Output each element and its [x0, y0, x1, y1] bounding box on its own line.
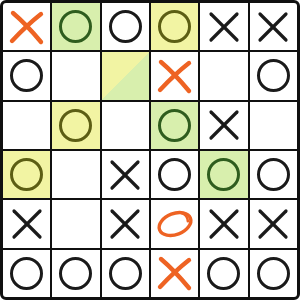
- o-mark: [207, 158, 240, 191]
- x-mark-handdrawn: [154, 252, 196, 294]
- o-mark: [10, 59, 43, 92]
- cell-r4c3[interactable]: [151, 200, 198, 247]
- o-mark: [59, 257, 92, 290]
- cell-r3c5[interactable]: [250, 151, 297, 198]
- o-mark: [207, 257, 240, 290]
- o-mark: [257, 59, 290, 92]
- cell-r0c5[interactable]: [250, 3, 297, 50]
- x-mark-handdrawn: [154, 55, 196, 97]
- x-mark: [104, 203, 146, 245]
- cell-r1c1[interactable]: [52, 52, 99, 99]
- cell-r2c1[interactable]: [52, 102, 99, 149]
- cell-r5c0[interactable]: [3, 250, 50, 297]
- cell-r3c1[interactable]: [52, 151, 99, 198]
- cell-r0c4[interactable]: [200, 3, 247, 50]
- x-mark: [104, 154, 146, 196]
- cell-r2c5[interactable]: [250, 102, 297, 149]
- o-mark: [109, 257, 142, 290]
- o-mark: [257, 257, 290, 290]
- o-mark: [158, 10, 191, 43]
- cell-r4c5[interactable]: [250, 200, 297, 247]
- o-mark: [59, 10, 92, 43]
- cell-r3c3[interactable]: [151, 151, 198, 198]
- cell-r4c2[interactable]: [102, 200, 149, 247]
- o-mark: [10, 257, 43, 290]
- cell-r2c0[interactable]: [3, 102, 50, 149]
- cell-r2c2[interactable]: [102, 102, 149, 149]
- cell-r5c1[interactable]: [52, 250, 99, 297]
- x-mark-handdrawn: [6, 6, 48, 48]
- x-mark: [252, 6, 294, 48]
- puzzle-board: [0, 0, 300, 300]
- cell-r3c0[interactable]: [3, 151, 50, 198]
- cell-r2c3[interactable]: [151, 102, 198, 149]
- x-mark: [252, 203, 294, 245]
- cell-r4c4[interactable]: [200, 200, 247, 247]
- cell-r1c0[interactable]: [3, 52, 50, 99]
- cell-r3c2[interactable]: [102, 151, 149, 198]
- cell-r0c3[interactable]: [151, 3, 198, 50]
- x-mark: [203, 203, 245, 245]
- cell-r0c1[interactable]: [52, 3, 99, 50]
- cell-r3c4[interactable]: [200, 151, 247, 198]
- o-mark: [10, 158, 43, 191]
- cell-r5c2[interactable]: [102, 250, 149, 297]
- cell-r5c3[interactable]: [151, 250, 198, 297]
- o-mark: [158, 109, 191, 142]
- cell-r1c3[interactable]: [151, 52, 198, 99]
- cell-r0c0[interactable]: [3, 3, 50, 50]
- x-mark: [6, 203, 48, 245]
- o-mark-handdrawn: [154, 203, 196, 245]
- cell-r4c1[interactable]: [52, 200, 99, 247]
- cell-r1c2[interactable]: [102, 52, 149, 99]
- cell-r5c4[interactable]: [200, 250, 247, 297]
- cell-r1c5[interactable]: [250, 52, 297, 99]
- o-mark: [109, 10, 142, 43]
- cell-r0c2[interactable]: [102, 3, 149, 50]
- cell-r1c4[interactable]: [200, 52, 247, 99]
- o-mark: [257, 158, 290, 191]
- x-mark: [203, 6, 245, 48]
- puzzle-stage: [0, 0, 300, 300]
- x-mark: [203, 104, 245, 146]
- cell-r4c0[interactable]: [3, 200, 50, 247]
- cell-r2c4[interactable]: [200, 102, 247, 149]
- o-mark: [158, 158, 191, 191]
- cell-r5c5[interactable]: [250, 250, 297, 297]
- o-mark: [59, 109, 92, 142]
